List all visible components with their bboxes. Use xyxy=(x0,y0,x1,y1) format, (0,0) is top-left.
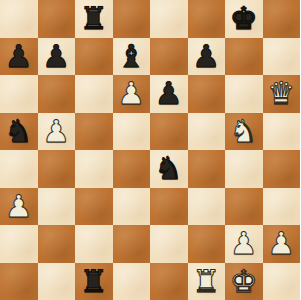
square-e5[interactable] xyxy=(150,113,188,151)
square-b2[interactable] xyxy=(38,225,76,263)
square-e6[interactable]: ♟ xyxy=(150,75,188,113)
black-pawn[interactable]: ♟ xyxy=(42,38,70,76)
white-pawn[interactable]: ♟ xyxy=(267,225,295,263)
square-b8[interactable] xyxy=(38,0,76,38)
white-king[interactable]: ♚ xyxy=(230,263,258,300)
square-g2[interactable]: ♟ xyxy=(225,225,263,263)
square-b1[interactable] xyxy=(38,263,76,300)
square-g6[interactable] xyxy=(225,75,263,113)
square-c3[interactable] xyxy=(75,188,113,226)
square-d3[interactable] xyxy=(113,188,151,226)
white-queen[interactable]: ♛ xyxy=(267,75,295,113)
black-rook[interactable]: ♜ xyxy=(80,0,108,38)
square-g5[interactable]: ♞ xyxy=(225,113,263,151)
square-g4[interactable] xyxy=(225,150,263,188)
square-e1[interactable] xyxy=(150,263,188,300)
square-e4[interactable]: ♞ xyxy=(150,150,188,188)
square-b4[interactable] xyxy=(38,150,76,188)
square-h3[interactable] xyxy=(263,188,301,226)
square-a2[interactable] xyxy=(0,225,38,263)
black-bishop[interactable]: ♝ xyxy=(117,38,145,76)
white-knight[interactable]: ♞ xyxy=(230,113,258,151)
square-f6[interactable] xyxy=(188,75,226,113)
square-f4[interactable] xyxy=(188,150,226,188)
black-knight[interactable]: ♞ xyxy=(155,150,183,188)
square-e8[interactable] xyxy=(150,0,188,38)
square-f8[interactable] xyxy=(188,0,226,38)
square-h7[interactable] xyxy=(263,38,301,76)
square-e7[interactable] xyxy=(150,38,188,76)
square-h1[interactable] xyxy=(263,263,301,300)
square-f2[interactable] xyxy=(188,225,226,263)
square-f7[interactable]: ♟ xyxy=(188,38,226,76)
square-a6[interactable] xyxy=(0,75,38,113)
square-b3[interactable] xyxy=(38,188,76,226)
square-h2[interactable]: ♟ xyxy=(263,225,301,263)
square-e2[interactable] xyxy=(150,225,188,263)
square-h6[interactable]: ♛ xyxy=(263,75,301,113)
square-g3[interactable] xyxy=(225,188,263,226)
square-h5[interactable] xyxy=(263,113,301,151)
square-c2[interactable] xyxy=(75,225,113,263)
square-g7[interactable] xyxy=(225,38,263,76)
square-f3[interactable] xyxy=(188,188,226,226)
square-d2[interactable] xyxy=(113,225,151,263)
square-g8[interactable]: ♚ xyxy=(225,0,263,38)
square-e3[interactable] xyxy=(150,188,188,226)
chess-board: ♜♚♟♟♝♟♟♟♛♞♟♞♞♟♟♟♜♜♚ xyxy=(0,0,300,300)
black-king[interactable]: ♚ xyxy=(230,0,258,38)
white-pawn[interactable]: ♟ xyxy=(42,113,70,151)
square-c6[interactable] xyxy=(75,75,113,113)
square-f1[interactable]: ♜ xyxy=(188,263,226,300)
black-pawn[interactable]: ♟ xyxy=(5,38,33,76)
square-a4[interactable] xyxy=(0,150,38,188)
square-a5[interactable]: ♞ xyxy=(0,113,38,151)
square-b5[interactable]: ♟ xyxy=(38,113,76,151)
square-d1[interactable] xyxy=(113,263,151,300)
square-d5[interactable] xyxy=(113,113,151,151)
square-a7[interactable]: ♟ xyxy=(0,38,38,76)
square-c4[interactable] xyxy=(75,150,113,188)
square-d6[interactable]: ♟ xyxy=(113,75,151,113)
square-c1[interactable]: ♜ xyxy=(75,263,113,300)
square-b6[interactable] xyxy=(38,75,76,113)
square-h8[interactable] xyxy=(263,0,301,38)
black-knight[interactable]: ♞ xyxy=(5,113,33,151)
square-c7[interactable] xyxy=(75,38,113,76)
square-a3[interactable]: ♟ xyxy=(0,188,38,226)
white-pawn[interactable]: ♟ xyxy=(230,225,258,263)
square-d8[interactable] xyxy=(113,0,151,38)
white-pawn[interactable]: ♟ xyxy=(5,188,33,226)
square-c5[interactable] xyxy=(75,113,113,151)
square-g1[interactable]: ♚ xyxy=(225,263,263,300)
black-pawn[interactable]: ♟ xyxy=(192,38,220,76)
square-d4[interactable] xyxy=(113,150,151,188)
black-rook[interactable]: ♜ xyxy=(80,263,108,300)
square-b7[interactable]: ♟ xyxy=(38,38,76,76)
square-a1[interactable] xyxy=(0,263,38,300)
square-a8[interactable] xyxy=(0,0,38,38)
square-d7[interactable]: ♝ xyxy=(113,38,151,76)
square-f5[interactable] xyxy=(188,113,226,151)
black-pawn[interactable]: ♟ xyxy=(155,75,183,113)
white-pawn[interactable]: ♟ xyxy=(117,75,145,113)
white-rook[interactable]: ♜ xyxy=(192,263,220,300)
square-h4[interactable] xyxy=(263,150,301,188)
square-c8[interactable]: ♜ xyxy=(75,0,113,38)
